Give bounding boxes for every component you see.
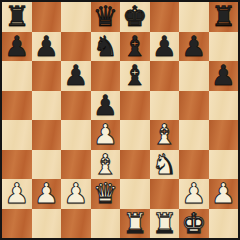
square-h5[interactable] [209, 91, 239, 121]
square-c3[interactable] [61, 150, 91, 180]
square-f8[interactable] [150, 2, 180, 32]
square-b4[interactable] [32, 120, 62, 150]
square-h1[interactable] [209, 209, 239, 239]
square-d1[interactable] [91, 209, 121, 239]
square-h4[interactable] [209, 120, 239, 150]
square-e7[interactable]: ♝ [120, 32, 150, 62]
square-b1[interactable] [32, 209, 62, 239]
square-h2[interactable]: ♟ [209, 179, 239, 209]
white-rook-icon[interactable]: ♜ [122, 209, 147, 238]
white-king-icon[interactable]: ♚ [181, 209, 206, 238]
black-bishop-icon[interactable]: ♝ [122, 32, 147, 61]
square-c2[interactable]: ♟ [61, 179, 91, 209]
square-f1[interactable]: ♜ [150, 209, 180, 239]
square-a4[interactable] [2, 120, 32, 150]
square-g1[interactable]: ♚ [179, 209, 209, 239]
black-queen-icon[interactable]: ♛ [93, 2, 118, 31]
square-b8[interactable] [32, 2, 62, 32]
square-d7[interactable]: ♞ [91, 32, 121, 62]
square-g4[interactable] [179, 120, 209, 150]
square-a7[interactable]: ♟ [2, 32, 32, 62]
black-knight-icon[interactable]: ♞ [93, 32, 118, 61]
black-pawn-icon[interactable]: ♟ [63, 61, 88, 90]
chess-board: ♜♛♚♜♟♟♞♝♟♟♟♝♟♟♟♝♝♞♟♟♟♛♟♟♜♜♚ [0, 0, 240, 240]
square-d2[interactable]: ♛ [91, 179, 121, 209]
square-g8[interactable] [179, 2, 209, 32]
square-d8[interactable]: ♛ [91, 2, 121, 32]
white-pawn-icon[interactable]: ♟ [34, 179, 59, 208]
black-pawn-icon[interactable]: ♟ [4, 32, 29, 61]
black-pawn-icon[interactable]: ♟ [93, 91, 118, 120]
square-c6[interactable]: ♟ [61, 61, 91, 91]
square-a2[interactable]: ♟ [2, 179, 32, 209]
square-f3[interactable]: ♞ [150, 150, 180, 180]
square-c5[interactable] [61, 91, 91, 121]
black-pawn-icon[interactable]: ♟ [34, 32, 59, 61]
square-e1[interactable]: ♜ [120, 209, 150, 239]
square-e8[interactable]: ♚ [120, 2, 150, 32]
square-c1[interactable] [61, 209, 91, 239]
white-rook-icon[interactable]: ♜ [152, 209, 177, 238]
square-h8[interactable]: ♜ [209, 2, 239, 32]
square-d3[interactable]: ♝ [91, 150, 121, 180]
square-c7[interactable] [61, 32, 91, 62]
square-h3[interactable] [209, 150, 239, 180]
square-e4[interactable] [120, 120, 150, 150]
white-pawn-icon[interactable]: ♟ [63, 179, 88, 208]
square-a5[interactable] [2, 91, 32, 121]
square-f5[interactable] [150, 91, 180, 121]
black-rook-icon[interactable]: ♜ [211, 2, 236, 31]
square-c8[interactable] [61, 2, 91, 32]
square-d5[interactable]: ♟ [91, 91, 121, 121]
square-f6[interactable] [150, 61, 180, 91]
white-pawn-icon[interactable]: ♟ [93, 120, 118, 149]
square-f2[interactable] [150, 179, 180, 209]
white-pawn-icon[interactable]: ♟ [4, 179, 29, 208]
square-h7[interactable] [209, 32, 239, 62]
square-b5[interactable] [32, 91, 62, 121]
black-pawn-icon[interactable]: ♟ [211, 61, 236, 90]
square-g2[interactable]: ♟ [179, 179, 209, 209]
square-b3[interactable] [32, 150, 62, 180]
square-g7[interactable]: ♟ [179, 32, 209, 62]
square-g3[interactable] [179, 150, 209, 180]
square-f4[interactable]: ♝ [150, 120, 180, 150]
square-f7[interactable]: ♟ [150, 32, 180, 62]
square-b7[interactable]: ♟ [32, 32, 62, 62]
white-pawn-icon[interactable]: ♟ [211, 179, 236, 208]
square-a6[interactable] [2, 61, 32, 91]
white-queen-icon[interactable]: ♛ [93, 179, 118, 208]
square-a8[interactable]: ♜ [2, 2, 32, 32]
square-b6[interactable] [32, 61, 62, 91]
square-c4[interactable] [61, 120, 91, 150]
white-bishop-icon[interactable]: ♝ [152, 120, 177, 149]
white-bishop-icon[interactable]: ♝ [93, 150, 118, 179]
white-knight-icon[interactable]: ♞ [152, 150, 177, 179]
white-pawn-icon[interactable]: ♟ [181, 179, 206, 208]
square-e3[interactable] [120, 150, 150, 180]
square-g6[interactable] [179, 61, 209, 91]
square-e5[interactable] [120, 91, 150, 121]
black-rook-icon[interactable]: ♜ [4, 2, 29, 31]
black-bishop-icon[interactable]: ♝ [122, 61, 147, 90]
square-a1[interactable] [2, 209, 32, 239]
square-h6[interactable]: ♟ [209, 61, 239, 91]
black-pawn-icon[interactable]: ♟ [152, 32, 177, 61]
square-e6[interactable]: ♝ [120, 61, 150, 91]
black-king-icon[interactable]: ♚ [122, 2, 147, 31]
square-d4[interactable]: ♟ [91, 120, 121, 150]
square-e2[interactable] [120, 179, 150, 209]
square-a3[interactable] [2, 150, 32, 180]
square-b2[interactable]: ♟ [32, 179, 62, 209]
square-d6[interactable] [91, 61, 121, 91]
square-g5[interactable] [179, 91, 209, 121]
black-pawn-icon[interactable]: ♟ [181, 32, 206, 61]
